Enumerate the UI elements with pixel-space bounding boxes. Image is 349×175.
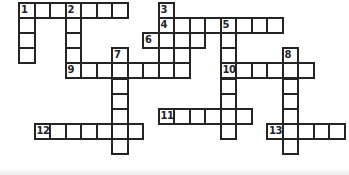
cell-r8-c7[interactable] — [127, 123, 145, 140]
clue-number-10: 10 — [223, 64, 236, 76]
cell-r9-c17[interactable] — [282, 138, 300, 155]
clue-number-12: 12 — [37, 125, 50, 137]
clue-number-7: 7 — [114, 49, 120, 61]
cell-r9-c6[interactable] — [111, 138, 129, 155]
cell-r1-c16[interactable] — [266, 17, 284, 34]
clue-number-5: 5 — [223, 19, 229, 31]
clue-number-8: 8 — [285, 49, 291, 61]
clue-number-6: 6 — [145, 34, 151, 46]
cell-r0-c6[interactable] — [111, 2, 129, 19]
clue-number-9: 9 — [68, 64, 74, 76]
cell-r4-c18[interactable] — [297, 62, 315, 79]
cell-r2-c11[interactable] — [189, 32, 207, 49]
cell-r3-c0[interactable] — [18, 47, 36, 64]
clue-number-2: 2 — [68, 4, 74, 16]
cell-r4-c10[interactable] — [173, 62, 191, 79]
cell-r8-c20[interactable] — [328, 123, 346, 140]
clue-number-4: 4 — [161, 19, 167, 31]
bottom-edge-band — [0, 170, 349, 175]
cell-r7-c14[interactable] — [235, 108, 253, 125]
crossword-page: 12345678910111213 — [0, 0, 349, 175]
cell-r8-c13[interactable] — [220, 123, 238, 140]
clue-number-3: 3 — [161, 4, 167, 16]
clue-number-1: 1 — [21, 4, 27, 16]
crossword-board: 12345678910111213 — [0, 0, 349, 175]
clue-number-11: 11 — [161, 110, 174, 122]
clue-number-13: 13 — [269, 125, 282, 137]
